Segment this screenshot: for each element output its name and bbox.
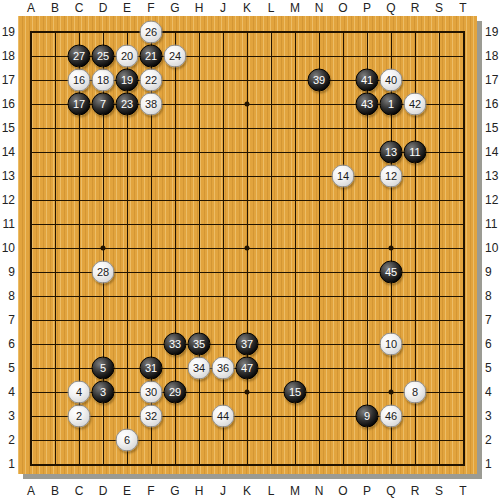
- stone-black-25-D18[interactable]: 25: [92, 45, 115, 68]
- stone-black-13-Q14[interactable]: 13: [380, 141, 403, 164]
- column-label-bottom-R: R: [403, 484, 427, 498]
- column-label-top-N: N: [307, 1, 331, 15]
- row-label-left-18: 18: [0, 49, 15, 63]
- stone-white-22-F17[interactable]: 22: [140, 69, 163, 92]
- column-label-top-A: A: [19, 1, 43, 15]
- column-label-top-F: F: [139, 1, 163, 15]
- column-label-bottom-E: E: [115, 484, 139, 498]
- stone-black-21-F18[interactable]: 21: [140, 45, 163, 68]
- row-label-left-10: 10: [0, 241, 15, 255]
- stone-black-41-P17[interactable]: 41: [356, 69, 379, 92]
- column-label-top-C: C: [67, 1, 91, 15]
- row-label-right-3: 3: [485, 409, 500, 423]
- row-label-left-2: 2: [0, 433, 15, 447]
- stone-black-29-G4[interactable]: 29: [164, 381, 187, 404]
- column-label-bottom-D: D: [91, 484, 115, 498]
- stone-white-20-E18[interactable]: 20: [116, 45, 139, 68]
- stone-white-38-F16[interactable]: 38: [140, 93, 163, 116]
- stone-black-33-G6[interactable]: 33: [164, 333, 187, 356]
- stone-black-1-Q16[interactable]: 1: [380, 93, 403, 116]
- row-label-left-7: 7: [0, 313, 15, 327]
- row-label-right-14: 14: [485, 145, 500, 159]
- row-label-left-19: 19: [0, 25, 15, 39]
- row-label-right-13: 13: [485, 169, 500, 183]
- column-label-bottom-P: P: [355, 484, 379, 498]
- column-label-bottom-K: K: [235, 484, 259, 498]
- stone-white-46-Q3[interactable]: 46: [380, 405, 403, 428]
- star-point-K16: [245, 102, 250, 107]
- star-point-K10: [245, 246, 250, 251]
- stone-black-47-K5[interactable]: 47: [236, 357, 259, 380]
- row-label-left-17: 17: [0, 73, 15, 87]
- go-board[interactable]: 1234567891011121314151617181920212223242…: [18, 16, 477, 474]
- column-label-bottom-T: T: [451, 484, 475, 498]
- column-label-top-T: T: [451, 1, 475, 15]
- stone-black-15-M4[interactable]: 15: [284, 381, 307, 404]
- row-label-left-4: 4: [0, 385, 15, 399]
- column-label-top-Q: Q: [379, 1, 403, 15]
- row-label-right-17: 17: [485, 73, 500, 87]
- stone-white-42-R16[interactable]: 42: [404, 93, 427, 116]
- stone-black-31-F5[interactable]: 31: [140, 357, 163, 380]
- stone-white-32-F3[interactable]: 32: [140, 405, 163, 428]
- star-point-D10: [101, 246, 106, 251]
- row-label-left-6: 6: [0, 337, 15, 351]
- row-label-left-13: 13: [0, 169, 15, 183]
- column-label-top-L: L: [259, 1, 283, 15]
- row-label-left-5: 5: [0, 361, 15, 375]
- column-label-top-B: B: [43, 1, 67, 15]
- row-label-left-15: 15: [0, 121, 15, 135]
- column-label-bottom-F: F: [139, 484, 163, 498]
- stone-white-2-C3[interactable]: 2: [68, 405, 91, 428]
- column-label-bottom-N: N: [307, 484, 331, 498]
- stone-white-24-G18[interactable]: 24: [164, 45, 187, 68]
- row-label-left-3: 3: [0, 409, 15, 423]
- row-label-right-16: 16: [485, 97, 500, 111]
- stone-black-5-D5[interactable]: 5: [92, 357, 115, 380]
- stone-white-12-Q13[interactable]: 12: [380, 165, 403, 188]
- row-label-left-12: 12: [0, 193, 15, 207]
- column-label-bottom-L: L: [259, 484, 283, 498]
- column-label-top-D: D: [91, 1, 115, 15]
- stone-white-6-E2[interactable]: 6: [116, 429, 139, 452]
- row-label-right-18: 18: [485, 49, 500, 63]
- row-label-right-8: 8: [485, 289, 500, 303]
- stone-white-14-O13[interactable]: 14: [332, 165, 355, 188]
- go-diagram: 1234567891011121314151617181920212223242…: [0, 0, 500, 500]
- stone-black-19-E17[interactable]: 19: [116, 69, 139, 92]
- column-label-top-O: O: [331, 1, 355, 15]
- column-label-bottom-S: S: [427, 484, 451, 498]
- stone-black-11-R14[interactable]: 11: [404, 141, 427, 164]
- column-label-top-K: K: [235, 1, 259, 15]
- row-label-right-10: 10: [485, 241, 500, 255]
- stone-black-39-N17[interactable]: 39: [308, 69, 331, 92]
- stone-white-30-F4[interactable]: 30: [140, 381, 163, 404]
- stone-black-23-E16[interactable]: 23: [116, 93, 139, 116]
- column-label-top-H: H: [187, 1, 211, 15]
- star-point-Q10: [389, 246, 394, 251]
- stone-black-17-C16[interactable]: 17: [68, 93, 91, 116]
- row-label-left-9: 9: [0, 265, 15, 279]
- stone-black-27-C18[interactable]: 27: [68, 45, 91, 68]
- row-label-right-2: 2: [485, 433, 500, 447]
- stone-white-44-J3[interactable]: 44: [212, 405, 235, 428]
- column-label-bottom-Q: Q: [379, 484, 403, 498]
- row-label-left-16: 16: [0, 97, 15, 111]
- column-label-top-J: J: [211, 1, 235, 15]
- stone-white-40-Q17[interactable]: 40: [380, 69, 403, 92]
- column-label-top-E: E: [115, 1, 139, 15]
- row-label-right-1: 1: [485, 457, 500, 471]
- row-label-left-8: 8: [0, 289, 15, 303]
- column-label-top-S: S: [427, 1, 451, 15]
- column-label-top-G: G: [163, 1, 187, 15]
- stone-black-35-H6[interactable]: 35: [188, 333, 211, 356]
- row-label-right-9: 9: [485, 265, 500, 279]
- stone-white-28-D9[interactable]: 28: [92, 261, 115, 284]
- column-label-bottom-J: J: [211, 484, 235, 498]
- column-label-top-M: M: [283, 1, 307, 15]
- stone-white-26-F19[interactable]: 26: [140, 21, 163, 44]
- stone-black-37-K6[interactable]: 37: [236, 333, 259, 356]
- row-label-left-1: 1: [0, 457, 15, 471]
- star-point-Q4: [389, 390, 394, 395]
- stone-black-45-Q9[interactable]: 45: [380, 261, 403, 284]
- column-label-bottom-C: C: [67, 484, 91, 498]
- row-label-right-6: 6: [485, 337, 500, 351]
- column-label-bottom-O: O: [331, 484, 355, 498]
- column-label-bottom-B: B: [43, 484, 67, 498]
- stone-black-7-D16[interactable]: 7: [92, 93, 115, 116]
- row-label-right-12: 12: [485, 193, 500, 207]
- column-label-top-P: P: [355, 1, 379, 15]
- stone-white-36-J5[interactable]: 36: [212, 357, 235, 380]
- column-label-bottom-G: G: [163, 484, 187, 498]
- column-label-bottom-M: M: [283, 484, 307, 498]
- row-label-right-7: 7: [485, 313, 500, 327]
- row-label-right-15: 15: [485, 121, 500, 135]
- star-point-K4: [245, 390, 250, 395]
- row-label-right-19: 19: [485, 25, 500, 39]
- row-label-left-11: 11: [0, 217, 15, 231]
- row-label-right-4: 4: [485, 385, 500, 399]
- stone-white-4-C4[interactable]: 4: [68, 381, 91, 404]
- row-label-left-14: 14: [0, 145, 15, 159]
- stone-black-43-P16[interactable]: 43: [356, 93, 379, 116]
- stone-white-16-C17[interactable]: 16: [68, 69, 91, 92]
- stone-white-34-H5[interactable]: 34: [188, 357, 211, 380]
- row-label-right-5: 5: [485, 361, 500, 375]
- stone-white-18-D17[interactable]: 18: [92, 69, 115, 92]
- stone-white-8-R4[interactable]: 8: [404, 381, 427, 404]
- column-label-bottom-H: H: [187, 484, 211, 498]
- stone-black-3-D4[interactable]: 3: [92, 381, 115, 404]
- stone-black-9-P3[interactable]: 9: [356, 405, 379, 428]
- row-label-right-11: 11: [485, 217, 500, 231]
- column-label-top-R: R: [403, 1, 427, 15]
- column-label-bottom-A: A: [19, 484, 43, 498]
- stone-white-10-Q6[interactable]: 10: [380, 333, 403, 356]
